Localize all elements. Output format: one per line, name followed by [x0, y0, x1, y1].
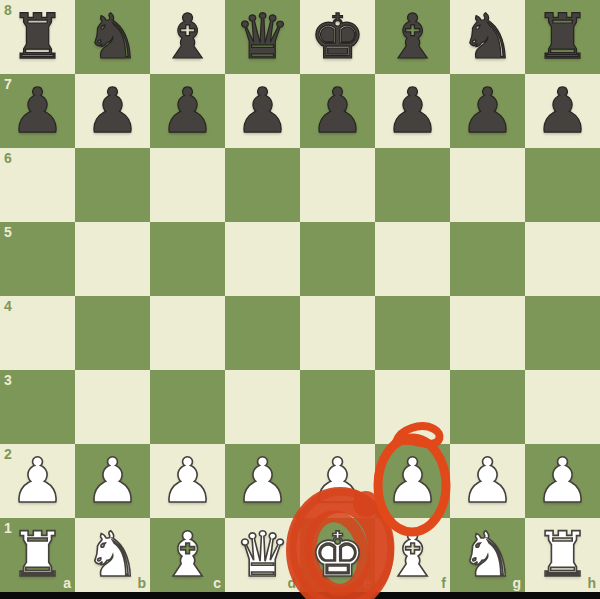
square-h2[interactable]: ♟ — [525, 444, 600, 518]
square-h6[interactable] — [525, 148, 600, 222]
piece-white-knight[interactable]: ♞ — [75, 518, 150, 592]
piece-white-pawn[interactable]: ♟ — [0, 444, 75, 518]
square-a8[interactable]: 8♜ — [0, 0, 75, 74]
square-g1[interactable]: g♞ — [450, 518, 525, 592]
piece-black-bishop[interactable]: ♝ — [375, 0, 450, 74]
square-c4[interactable] — [150, 296, 225, 370]
square-d7[interactable]: ♟ — [225, 74, 300, 148]
piece-white-rook[interactable]: ♜ — [525, 518, 600, 592]
piece-black-king[interactable]: ♚ — [300, 0, 375, 74]
rank-label-3: 3 — [4, 373, 12, 387]
square-b4[interactable] — [75, 296, 150, 370]
piece-white-pawn[interactable]: ♟ — [75, 444, 150, 518]
square-g8[interactable]: ♞ — [450, 0, 525, 74]
square-b7[interactable]: ♟ — [75, 74, 150, 148]
piece-white-rook[interactable]: ♜ — [0, 518, 75, 592]
piece-black-knight[interactable]: ♞ — [75, 0, 150, 74]
square-d5[interactable] — [225, 222, 300, 296]
square-d1[interactable]: d♛ — [225, 518, 300, 592]
piece-white-bishop[interactable]: ♝ — [150, 518, 225, 592]
square-c5[interactable] — [150, 222, 225, 296]
square-h5[interactable] — [525, 222, 600, 296]
square-f6[interactable] — [375, 148, 450, 222]
square-c6[interactable] — [150, 148, 225, 222]
square-g5[interactable] — [450, 222, 525, 296]
square-f1[interactable]: f♝ — [375, 518, 450, 592]
square-h7[interactable]: ♟ — [525, 74, 600, 148]
screenshot-root: 8♜♞♝♛♚♝♞♜7♟♟♟♟♟♟♟♟65432♟♟♟♟♟♟♟♟1a♜b♞c♝d♛… — [0, 0, 600, 599]
square-g4[interactable] — [450, 296, 525, 370]
square-d8[interactable]: ♛ — [225, 0, 300, 74]
rank-label-5: 5 — [4, 225, 12, 239]
piece-black-bishop[interactable]: ♝ — [150, 0, 225, 74]
square-a7[interactable]: 7♟ — [0, 74, 75, 148]
square-e5[interactable] — [300, 222, 375, 296]
piece-black-pawn[interactable]: ♟ — [225, 74, 300, 148]
square-a1[interactable]: 1a♜ — [0, 518, 75, 592]
square-g6[interactable] — [450, 148, 525, 222]
piece-white-pawn[interactable]: ♟ — [375, 444, 450, 518]
piece-black-pawn[interactable]: ♟ — [375, 74, 450, 148]
piece-white-queen[interactable]: ♛ — [225, 518, 300, 592]
piece-white-pawn[interactable]: ♟ — [225, 444, 300, 518]
piece-black-pawn[interactable]: ♟ — [525, 74, 600, 148]
square-d4[interactable] — [225, 296, 300, 370]
square-f4[interactable] — [375, 296, 450, 370]
piece-black-pawn[interactable]: ♟ — [75, 74, 150, 148]
piece-black-rook[interactable]: ♜ — [0, 0, 75, 74]
square-h1[interactable]: h♜ — [525, 518, 600, 592]
square-c8[interactable]: ♝ — [150, 0, 225, 74]
square-b3[interactable] — [75, 370, 150, 444]
piece-black-knight[interactable]: ♞ — [450, 0, 525, 74]
piece-black-rook[interactable]: ♜ — [525, 0, 600, 74]
square-d2[interactable]: ♟ — [225, 444, 300, 518]
square-g2[interactable]: ♟ — [450, 444, 525, 518]
piece-black-pawn[interactable]: ♟ — [300, 74, 375, 148]
square-e2[interactable]: ♟ — [300, 444, 375, 518]
square-b5[interactable] — [75, 222, 150, 296]
piece-black-pawn[interactable]: ♟ — [150, 74, 225, 148]
square-a3[interactable]: 3 — [0, 370, 75, 444]
square-h8[interactable]: ♜ — [525, 0, 600, 74]
square-f2[interactable]: ♟ — [375, 444, 450, 518]
square-h3[interactable] — [525, 370, 600, 444]
bottom-bar — [0, 592, 600, 599]
square-b2[interactable]: ♟ — [75, 444, 150, 518]
square-d3[interactable] — [225, 370, 300, 444]
square-e6[interactable] — [300, 148, 375, 222]
piece-black-pawn[interactable]: ♟ — [450, 74, 525, 148]
piece-white-pawn[interactable]: ♟ — [150, 444, 225, 518]
piece-white-king[interactable]: ♚ — [300, 518, 375, 592]
piece-white-knight[interactable]: ♞ — [450, 518, 525, 592]
rank-label-6: 6 — [4, 151, 12, 165]
piece-black-queen[interactable]: ♛ — [225, 0, 300, 74]
chess-board: 8♜♞♝♛♚♝♞♜7♟♟♟♟♟♟♟♟65432♟♟♟♟♟♟♟♟1a♜b♞c♝d♛… — [0, 0, 600, 592]
square-a5[interactable]: 5 — [0, 222, 75, 296]
square-b6[interactable] — [75, 148, 150, 222]
square-e8[interactable]: ♚ — [300, 0, 375, 74]
square-e7[interactable]: ♟ — [300, 74, 375, 148]
square-g3[interactable] — [450, 370, 525, 444]
square-e3[interactable] — [300, 370, 375, 444]
square-c3[interactable] — [150, 370, 225, 444]
square-e1[interactable]: e♚ — [300, 518, 375, 592]
square-a6[interactable]: 6 — [0, 148, 75, 222]
square-a4[interactable]: 4 — [0, 296, 75, 370]
square-a2[interactable]: 2♟ — [0, 444, 75, 518]
piece-white-pawn[interactable]: ♟ — [300, 444, 375, 518]
square-c1[interactable]: c♝ — [150, 518, 225, 592]
square-g7[interactable]: ♟ — [450, 74, 525, 148]
square-f5[interactable] — [375, 222, 450, 296]
square-f7[interactable]: ♟ — [375, 74, 450, 148]
square-c7[interactable]: ♟ — [150, 74, 225, 148]
square-b8[interactable]: ♞ — [75, 0, 150, 74]
square-f3[interactable] — [375, 370, 450, 444]
square-c2[interactable]: ♟ — [150, 444, 225, 518]
piece-white-pawn[interactable]: ♟ — [450, 444, 525, 518]
square-b1[interactable]: b♞ — [75, 518, 150, 592]
rank-label-4: 4 — [4, 299, 12, 313]
square-e4[interactable] — [300, 296, 375, 370]
square-f8[interactable]: ♝ — [375, 0, 450, 74]
square-h4[interactable] — [525, 296, 600, 370]
square-d6[interactable] — [225, 148, 300, 222]
piece-black-pawn[interactable]: ♟ — [0, 74, 75, 148]
piece-white-pawn[interactable]: ♟ — [525, 444, 600, 518]
piece-white-bishop[interactable]: ♝ — [375, 518, 450, 592]
